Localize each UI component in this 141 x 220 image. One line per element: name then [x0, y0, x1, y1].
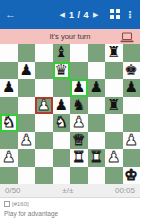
- score-counter: 0/50: [5, 186, 21, 195]
- piece-white-knight[interactable]: ♞: [53, 114, 71, 132]
- square-d4[interactable]: ♞: [53, 114, 71, 132]
- piece-black-bishop[interactable]: ♝: [53, 44, 71, 62]
- square-f8[interactable]: [88, 44, 106, 62]
- computer-opponent-icon[interactable]: [120, 32, 134, 43]
- square-f5[interactable]: [88, 97, 106, 115]
- square-b1[interactable]: [18, 167, 36, 185]
- puzzle-id: [#160]: [12, 200, 29, 208]
- stats-bar: 0/50 ±/± 00:05: [0, 184, 140, 198]
- square-e6[interactable]: ♟: [70, 79, 88, 97]
- square-a7[interactable]: [0, 62, 18, 80]
- square-f4[interactable]: [88, 114, 106, 132]
- square-h1[interactable]: ♚: [123, 167, 141, 185]
- square-h2[interactable]: [123, 149, 141, 167]
- square-d5[interactable]: ♟: [53, 97, 71, 115]
- square-e5[interactable]: ♞: [70, 97, 88, 115]
- square-h8[interactable]: [123, 44, 141, 62]
- square-c1[interactable]: [35, 167, 53, 185]
- square-h4[interactable]: [123, 114, 141, 132]
- evaluation-label: ±/±: [62, 186, 73, 195]
- square-a5[interactable]: [0, 97, 18, 115]
- square-b6[interactable]: [18, 79, 36, 97]
- turn-banner: It's your turn: [0, 29, 140, 44]
- puzzle-footer: [#160] Play for advantage: [0, 198, 140, 220]
- puzzle-counter: 1 / 4: [69, 10, 89, 20]
- piece-black-pawn[interactable]: ♟: [18, 62, 36, 80]
- square-e8[interactable]: [70, 44, 88, 62]
- square-h6[interactable]: ♟: [123, 79, 141, 97]
- piece-white-king[interactable]: ♚: [123, 167, 141, 185]
- piece-white-pawn[interactable]: ♟: [35, 97, 53, 115]
- square-d3[interactable]: [53, 132, 71, 150]
- square-f2[interactable]: ♜: [88, 149, 106, 167]
- square-c2[interactable]: [35, 149, 53, 167]
- piece-white-pawn[interactable]: ♟: [70, 114, 88, 132]
- square-b3[interactable]: ♟: [18, 132, 36, 150]
- square-a4[interactable]: ♞: [0, 114, 18, 132]
- square-h3[interactable]: ♟: [123, 132, 141, 150]
- piece-white-rook[interactable]: ♜: [88, 149, 106, 167]
- square-f1[interactable]: [88, 167, 106, 185]
- square-c4[interactable]: [35, 114, 53, 132]
- piece-black-pawn[interactable]: ♟: [70, 79, 88, 97]
- square-e2[interactable]: ♜: [70, 149, 88, 167]
- square-e1[interactable]: [70, 167, 88, 185]
- square-b4[interactable]: [18, 114, 36, 132]
- turn-message: It's your turn: [0, 29, 140, 44]
- square-g1[interactable]: [105, 167, 123, 185]
- piece-white-rook[interactable]: ♜: [70, 149, 88, 167]
- piece-black-king[interactable]: ♚: [123, 62, 141, 80]
- next-puzzle-icon[interactable]: ▶: [93, 0, 98, 29]
- puzzle-instruction: Play for advantage: [4, 209, 140, 218]
- grid-view-icon[interactable]: [110, 9, 120, 19]
- square-h7[interactable]: ♚: [123, 62, 141, 80]
- square-a1[interactable]: [0, 167, 18, 185]
- timer: 00:05: [115, 186, 135, 195]
- chess-app: ← ◀ 1 / 4 ▶ ⋮ It's your turn ♝♜♟♛♚♟♟♟♟♟♟…: [0, 0, 140, 220]
- square-c3[interactable]: [35, 132, 53, 150]
- checkbox-icon[interactable]: [4, 201, 10, 207]
- square-e7[interactable]: [70, 62, 88, 80]
- square-g3[interactable]: [105, 132, 123, 150]
- square-e4[interactable]: ♟: [70, 114, 88, 132]
- square-b2[interactable]: [18, 149, 36, 167]
- square-g8[interactable]: ♜: [105, 44, 123, 62]
- piece-white-pawn[interactable]: ♟: [0, 149, 18, 167]
- back-icon[interactable]: ←: [5, 7, 16, 21]
- app-header: ← ◀ 1 / 4 ▶ ⋮: [0, 0, 140, 29]
- piece-black-rook[interactable]: ♜: [105, 97, 123, 115]
- square-a2[interactable]: ♟: [0, 149, 18, 167]
- square-c7[interactable]: [35, 62, 53, 80]
- square-e3[interactable]: ♛: [70, 132, 88, 150]
- piece-black-queen[interactable]: ♛: [53, 62, 71, 80]
- square-f7[interactable]: [88, 62, 106, 80]
- square-c8[interactable]: [35, 44, 53, 62]
- square-f3[interactable]: [88, 132, 106, 150]
- square-d2[interactable]: [53, 149, 71, 167]
- square-g2[interactable]: ♟: [105, 149, 123, 167]
- prev-puzzle-icon[interactable]: ◀: [60, 0, 65, 29]
- square-d8[interactable]: ♝: [53, 44, 71, 62]
- piece-black-pawn[interactable]: ♟: [0, 79, 18, 97]
- square-a3[interactable]: [0, 132, 18, 150]
- square-g6[interactable]: [105, 79, 123, 97]
- puzzle-id-row: [#160]: [4, 200, 140, 208]
- piece-white-pawn[interactable]: ♟: [105, 149, 123, 167]
- square-d6[interactable]: [53, 79, 71, 97]
- square-b8[interactable]: [18, 44, 36, 62]
- piece-white-queen[interactable]: ♛: [70, 132, 88, 150]
- square-g4[interactable]: [105, 114, 123, 132]
- square-h5[interactable]: [123, 97, 141, 115]
- square-g7[interactable]: [105, 62, 123, 80]
- piece-black-rook[interactable]: ♜: [105, 44, 123, 62]
- overflow-menu-icon[interactable]: ⋮: [125, 8, 135, 21]
- square-g5[interactable]: ♜: [105, 97, 123, 115]
- square-d1[interactable]: [53, 167, 71, 185]
- square-a6[interactable]: ♟: [0, 79, 18, 97]
- square-b5[interactable]: [18, 97, 36, 115]
- piece-white-knight[interactable]: ♞: [0, 114, 18, 132]
- square-c5[interactable]: ♟: [35, 97, 53, 115]
- square-a8[interactable]: [0, 44, 18, 62]
- square-d7[interactable]: ♛: [53, 62, 71, 80]
- puzzle-nav: ◀ 1 / 4 ▶: [60, 0, 99, 29]
- piece-black-pawn[interactable]: ♟: [88, 79, 106, 97]
- piece-black-pawn[interactable]: ♟: [53, 97, 71, 115]
- piece-white-pawn[interactable]: ♟: [18, 132, 36, 150]
- square-f6[interactable]: ♟: [88, 79, 106, 97]
- piece-white-pawn[interactable]: ♟: [123, 132, 141, 150]
- square-b7[interactable]: ♟: [18, 62, 36, 80]
- square-c6[interactable]: [35, 79, 53, 97]
- piece-black-pawn[interactable]: ♟: [123, 79, 141, 97]
- chess-board[interactable]: ♝♜♟♛♚♟♟♟♟♟♟♞♜♞♞♟♟♛♟♟♜♜♟♚: [0, 44, 140, 184]
- piece-black-knight[interactable]: ♞: [70, 97, 88, 115]
